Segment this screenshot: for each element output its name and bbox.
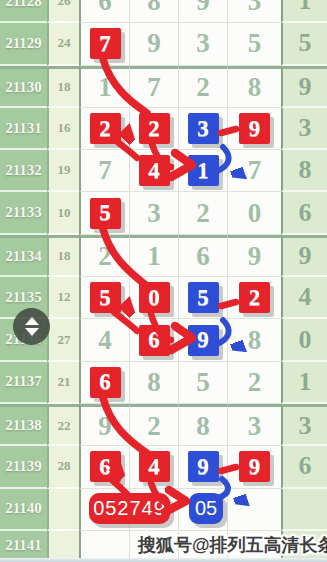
digit-cell-pos5: 6 [281,192,327,234]
issue-label: 21128 [0,0,47,23]
issue-label: 21133 [0,192,47,234]
bottom-edge [0,558,327,562]
digit-cell: 5 [79,277,129,319]
digit-cell: 9 [227,108,281,150]
digit-cell: 5 [79,192,129,234]
digit-cell: 3 [227,0,281,23]
digit-box-blue: 9 [188,451,219,482]
sum-cell: 21 [47,362,79,404]
digit-cell: 9 [79,404,129,446]
digit-cell-pos5: 4 [281,277,327,319]
digit-cell: 9 [178,0,227,23]
sum-cell: 24 [47,23,79,65]
digit-cell: 7 [129,66,178,108]
digit-box-red: 9 [239,113,270,144]
sum-cell: 26 [47,0,79,23]
digit-cell: 9 [227,446,281,488]
digit-cell: 2 [129,108,178,150]
digit-cell: 7 [79,23,129,65]
digit-cell: 0 [227,192,281,234]
sum-cell: 10 [47,192,79,234]
issue-label: 21131 [0,108,47,150]
digit-box-red: 5 [90,198,121,229]
digit-cell: 0 [129,277,178,319]
digit-cell: 5 [178,362,227,404]
digit-cell-pos5: 6 [281,446,327,488]
digit-box-red: 5 [90,282,121,313]
digit-cell: 6 [79,0,129,23]
digit-box-red: 2 [90,113,121,144]
digit-cell-pos5: 0 [281,319,327,361]
digit-cell: 2 [178,66,227,108]
digit-cell: 6 [79,446,129,488]
digit-cell-pos5: 3 [281,108,327,150]
digit-cell: 1 [178,150,227,192]
digit-cell: 8 [227,319,281,361]
digit-box-red: 6 [90,451,121,482]
digit-cell: 8 [129,362,178,404]
sum-cell: 28 [47,446,79,488]
watermark: 搜狐号@排列五高清长条 [138,533,327,557]
digit-box-blue: 3 [188,113,219,144]
digit-cell-pos5 [281,489,327,531]
digit-cell: 5 [178,277,227,319]
digit-box-red: 6 [90,367,121,398]
digit-cell: 9 [178,319,227,361]
issue-label: 21138 [0,404,47,446]
digit-cell: 9 [227,235,281,277]
digit-cell: 8 [129,0,178,23]
digit-cell: 8 [178,404,227,446]
digit-cell: 4 [129,446,178,488]
digit-cell: 5 [227,23,281,65]
digit-cell: 2 [227,362,281,404]
digit-box-red: 0 [139,282,170,313]
sum-cell: 18 [47,66,79,108]
digit-box-red: 2 [139,113,170,144]
sum-cell: 12 [47,277,79,319]
digit-box-red: 4 [139,451,170,482]
digit-cell: 1 [129,235,178,277]
scroll-down-icon[interactable] [25,328,39,336]
digit-cell: 3 [178,108,227,150]
digit-cell: 4 [79,319,129,361]
digit-cell: 6 [178,235,227,277]
digit-box-blue: 1 [188,155,219,186]
digit-cell: 7 [227,150,281,192]
digit-box-blue: 9 [188,325,219,356]
digit-cell-pos5: 9 [281,235,327,277]
digit-cell: 6 [79,362,129,404]
digit-box-red: 4 [139,155,170,186]
digit-cell: 2 [79,235,129,277]
digit-cell: 8 [227,66,281,108]
digit-cell: 2 [227,277,281,319]
digit-cell-pos5: 1 [281,0,327,23]
digit-box-red: 2 [239,282,270,313]
digit-box-blue: 5 [188,282,219,313]
digit-box-red: 9 [239,451,270,482]
digit-cell: 6 [129,319,178,361]
digit-cell: 2 [178,192,227,234]
digit-box-red: 7 [90,28,121,59]
digit-cell-pos5: 9 [281,66,327,108]
trend-chart-board: 2112826689312112924793552113018172892113… [0,0,327,562]
digit-cell: 4 [129,150,178,192]
sum-cell: 16 [47,108,79,150]
issue-label: 21129 [0,23,47,65]
digit-cell: 3 [178,23,227,65]
digit-cell: 7 [79,150,129,192]
digit-cell-pos5: 3 [281,404,327,446]
digit-cell: 3 [227,404,281,446]
scroll-widget[interactable] [13,308,50,345]
prediction-blue-bubble: 05 [189,493,223,524]
digit-box-red: 6 [139,325,170,356]
issue-label: 21137 [0,362,47,404]
pailie5-trend-chart: 2112826689312112924793552113018172892113… [0,0,327,562]
digit-cell-pos5: 8 [281,150,327,192]
digit-cell-pos5: 5 [281,23,327,65]
issue-label: 21140 [0,489,47,531]
digit-cell: 2 [129,404,178,446]
prediction-red-bubble: 052749 [89,493,170,524]
sum-cell [47,489,79,531]
digit-cell: 3 [129,192,178,234]
digit-cell: 1 [79,66,129,108]
issue-label: 21139 [0,446,47,488]
issue-label: 21130 [0,66,47,108]
sum-cell: 22 [47,404,79,446]
sum-cell: 18 [47,235,79,277]
sum-cell: 27 [47,319,79,361]
scroll-up-icon[interactable] [25,317,39,325]
digit-cell: 9 [178,446,227,488]
digit-cell-pos5: 1 [281,362,327,404]
digit-cell [227,489,281,531]
sum-cell: 19 [47,150,79,192]
issue-label: 21132 [0,150,47,192]
digit-cell: 2 [79,108,129,150]
digit-cell: 9 [129,23,178,65]
issue-label: 21134 [0,235,47,277]
